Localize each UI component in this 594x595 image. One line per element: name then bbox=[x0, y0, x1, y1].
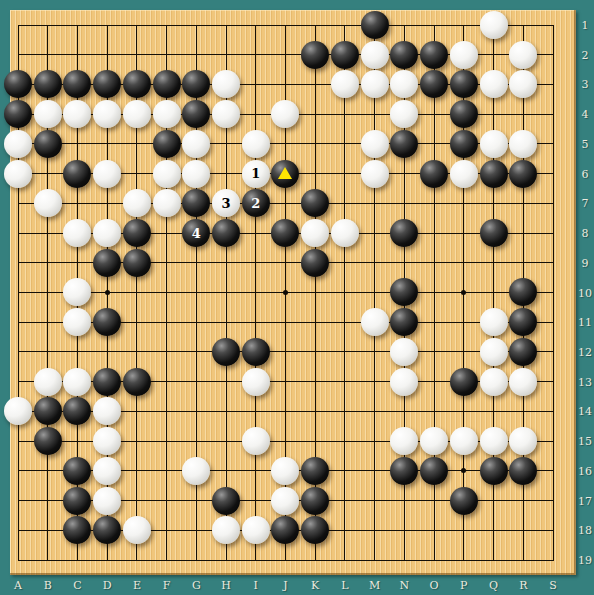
intersection-Q11[interactable] bbox=[479, 307, 509, 337]
white-stone-R5[interactable] bbox=[509, 130, 537, 158]
black-stone-E9[interactable] bbox=[123, 249, 151, 277]
intersection-D12[interactable] bbox=[92, 337, 122, 367]
intersection-B19[interactable] bbox=[33, 545, 63, 575]
intersection-F17[interactable] bbox=[152, 486, 182, 516]
intersection-F16[interactable] bbox=[152, 456, 182, 486]
intersection-J14[interactable] bbox=[271, 397, 301, 427]
intersection-L4[interactable] bbox=[330, 99, 360, 129]
intersection-P6[interactable] bbox=[449, 159, 479, 189]
intersection-S4[interactable] bbox=[538, 99, 568, 129]
intersection-C18[interactable] bbox=[62, 516, 92, 546]
black-stone-B3[interactable] bbox=[34, 70, 62, 98]
intersection-G10[interactable] bbox=[181, 278, 211, 308]
intersection-B10[interactable] bbox=[33, 278, 63, 308]
white-stone-I5[interactable] bbox=[242, 130, 270, 158]
intersection-K15[interactable] bbox=[300, 426, 330, 456]
intersection-Q18[interactable] bbox=[479, 516, 509, 546]
white-stone-G16[interactable] bbox=[182, 457, 210, 485]
intersection-G14[interactable] bbox=[181, 397, 211, 427]
intersection-D19[interactable] bbox=[92, 545, 122, 575]
intersection-Q13[interactable] bbox=[479, 367, 509, 397]
intersection-N17[interactable] bbox=[390, 486, 420, 516]
intersection-Q10[interactable] bbox=[479, 278, 509, 308]
intersection-G13[interactable] bbox=[181, 367, 211, 397]
intersection-P15[interactable] bbox=[449, 426, 479, 456]
intersection-G1[interactable] bbox=[181, 10, 211, 40]
black-stone-D11[interactable] bbox=[93, 308, 121, 336]
black-stone-D13[interactable] bbox=[93, 368, 121, 396]
black-stone-A4[interactable] bbox=[4, 100, 32, 128]
intersection-E1[interactable] bbox=[122, 10, 152, 40]
black-stone-G7[interactable] bbox=[182, 189, 210, 217]
intersection-F19[interactable] bbox=[152, 545, 182, 575]
intersection-I6[interactable]: 1 bbox=[241, 159, 271, 189]
intersection-O3[interactable] bbox=[419, 69, 449, 99]
intersection-N5[interactable] bbox=[390, 129, 420, 159]
intersection-D14[interactable] bbox=[92, 397, 122, 427]
intersection-C12[interactable] bbox=[62, 337, 92, 367]
intersection-N1[interactable] bbox=[390, 10, 420, 40]
white-stone-D17[interactable] bbox=[93, 487, 121, 515]
intersection-A15[interactable] bbox=[3, 426, 33, 456]
intersection-M12[interactable] bbox=[360, 337, 390, 367]
intersection-J11[interactable] bbox=[271, 307, 301, 337]
intersection-P3[interactable] bbox=[449, 69, 479, 99]
intersection-C13[interactable] bbox=[62, 367, 92, 397]
intersection-D16[interactable] bbox=[92, 456, 122, 486]
intersection-I14[interactable] bbox=[241, 397, 271, 427]
black-stone-E13[interactable] bbox=[123, 368, 151, 396]
white-stone-F6[interactable] bbox=[153, 160, 181, 188]
intersection-M16[interactable] bbox=[360, 456, 390, 486]
intersection-K12[interactable] bbox=[300, 337, 330, 367]
intersection-F14[interactable] bbox=[152, 397, 182, 427]
intersection-D1[interactable] bbox=[92, 10, 122, 40]
intersection-P8[interactable] bbox=[449, 218, 479, 248]
intersection-E7[interactable] bbox=[122, 188, 152, 218]
intersection-P12[interactable] bbox=[449, 337, 479, 367]
intersection-Q1[interactable] bbox=[479, 10, 509, 40]
intersection-G11[interactable] bbox=[181, 307, 211, 337]
intersection-K18[interactable] bbox=[300, 516, 330, 546]
intersection-E5[interactable] bbox=[122, 129, 152, 159]
black-stone-M1[interactable] bbox=[361, 11, 389, 39]
intersection-R14[interactable] bbox=[509, 397, 539, 427]
intersection-H4[interactable] bbox=[211, 99, 241, 129]
white-stone-A6[interactable] bbox=[4, 160, 32, 188]
intersection-O2[interactable] bbox=[419, 40, 449, 70]
intersection-B16[interactable] bbox=[33, 456, 63, 486]
white-stone-Q12[interactable] bbox=[480, 338, 508, 366]
intersection-C2[interactable] bbox=[62, 40, 92, 70]
intersection-S18[interactable] bbox=[538, 516, 568, 546]
intersection-S12[interactable] bbox=[538, 337, 568, 367]
intersection-K7[interactable] bbox=[300, 188, 330, 218]
white-stone-M2[interactable] bbox=[361, 41, 389, 69]
intersection-L18[interactable] bbox=[330, 516, 360, 546]
intersection-R6[interactable] bbox=[509, 159, 539, 189]
intersection-B15[interactable] bbox=[33, 426, 63, 456]
intersection-I3[interactable] bbox=[241, 69, 271, 99]
intersection-H14[interactable] bbox=[211, 397, 241, 427]
intersection-K14[interactable] bbox=[300, 397, 330, 427]
intersection-M19[interactable] bbox=[360, 545, 390, 575]
intersection-K2[interactable] bbox=[300, 40, 330, 70]
intersection-A16[interactable] bbox=[3, 456, 33, 486]
black-stone-G8[interactable]: 4 bbox=[182, 219, 210, 247]
black-stone-F3[interactable] bbox=[153, 70, 181, 98]
intersection-J13[interactable] bbox=[271, 367, 301, 397]
intersection-F4[interactable] bbox=[152, 99, 182, 129]
white-stone-E4[interactable] bbox=[123, 100, 151, 128]
intersection-J18[interactable] bbox=[271, 516, 301, 546]
white-stone-A14[interactable] bbox=[4, 397, 32, 425]
intersection-A4[interactable] bbox=[3, 99, 33, 129]
intersection-A11[interactable] bbox=[3, 307, 33, 337]
intersection-H3[interactable] bbox=[211, 69, 241, 99]
intersection-E6[interactable] bbox=[122, 159, 152, 189]
black-stone-C16[interactable] bbox=[63, 457, 91, 485]
intersection-B13[interactable] bbox=[33, 367, 63, 397]
white-stone-R2[interactable] bbox=[509, 41, 537, 69]
white-stone-N15[interactable] bbox=[390, 427, 418, 455]
intersection-C14[interactable] bbox=[62, 397, 92, 427]
intersection-H15[interactable] bbox=[211, 426, 241, 456]
intersection-J5[interactable] bbox=[271, 129, 301, 159]
intersection-O11[interactable] bbox=[419, 307, 449, 337]
black-stone-N5[interactable] bbox=[390, 130, 418, 158]
intersection-J7[interactable] bbox=[271, 188, 301, 218]
intersection-F9[interactable] bbox=[152, 248, 182, 278]
intersection-B2[interactable] bbox=[33, 40, 63, 70]
white-stone-I18[interactable] bbox=[242, 516, 270, 544]
black-stone-P13[interactable] bbox=[450, 368, 478, 396]
intersection-N16[interactable] bbox=[390, 456, 420, 486]
intersection-N4[interactable] bbox=[390, 99, 420, 129]
intersection-Q5[interactable] bbox=[479, 129, 509, 159]
intersection-S7[interactable] bbox=[538, 188, 568, 218]
white-stone-D8[interactable] bbox=[93, 219, 121, 247]
intersection-F2[interactable] bbox=[152, 40, 182, 70]
intersection-E9[interactable] bbox=[122, 248, 152, 278]
intersection-A8[interactable] bbox=[3, 218, 33, 248]
intersection-A18[interactable] bbox=[3, 516, 33, 546]
intersection-M5[interactable] bbox=[360, 129, 390, 159]
intersection-K8[interactable] bbox=[300, 218, 330, 248]
intersection-G5[interactable] bbox=[181, 129, 211, 159]
intersection-G18[interactable] bbox=[181, 516, 211, 546]
intersection-G19[interactable] bbox=[181, 545, 211, 575]
intersection-B17[interactable] bbox=[33, 486, 63, 516]
intersection-R3[interactable] bbox=[509, 69, 539, 99]
intersection-K10[interactable] bbox=[300, 278, 330, 308]
intersection-S17[interactable] bbox=[538, 486, 568, 516]
intersection-K11[interactable] bbox=[300, 307, 330, 337]
intersection-B14[interactable] bbox=[33, 397, 63, 427]
intersection-C15[interactable] bbox=[62, 426, 92, 456]
white-stone-F4[interactable] bbox=[153, 100, 181, 128]
black-stone-H12[interactable] bbox=[212, 338, 240, 366]
intersection-J15[interactable] bbox=[271, 426, 301, 456]
white-stone-M11[interactable] bbox=[361, 308, 389, 336]
intersection-D17[interactable] bbox=[92, 486, 122, 516]
intersection-K17[interactable] bbox=[300, 486, 330, 516]
black-stone-R6[interactable] bbox=[509, 160, 537, 188]
intersection-N18[interactable] bbox=[390, 516, 420, 546]
intersection-D3[interactable] bbox=[92, 69, 122, 99]
white-stone-A5[interactable] bbox=[4, 130, 32, 158]
intersection-O12[interactable] bbox=[419, 337, 449, 367]
white-stone-Q3[interactable] bbox=[480, 70, 508, 98]
intersection-D7[interactable] bbox=[92, 188, 122, 218]
intersection-G12[interactable] bbox=[181, 337, 211, 367]
intersection-A13[interactable] bbox=[3, 367, 33, 397]
black-stone-B14[interactable] bbox=[34, 397, 62, 425]
intersection-R17[interactable] bbox=[509, 486, 539, 516]
intersection-E15[interactable] bbox=[122, 426, 152, 456]
intersection-A5[interactable] bbox=[3, 129, 33, 159]
intersection-R9[interactable] bbox=[509, 248, 539, 278]
intersection-M4[interactable] bbox=[360, 99, 390, 129]
intersection-O4[interactable] bbox=[419, 99, 449, 129]
intersection-S3[interactable] bbox=[538, 69, 568, 99]
intersection-S2[interactable] bbox=[538, 40, 568, 70]
intersection-J2[interactable] bbox=[271, 40, 301, 70]
intersection-C6[interactable] bbox=[62, 159, 92, 189]
black-stone-R10[interactable] bbox=[509, 278, 537, 306]
black-stone-J8[interactable] bbox=[271, 219, 299, 247]
black-stone-D9[interactable] bbox=[93, 249, 121, 277]
white-stone-F7[interactable] bbox=[153, 189, 181, 217]
intersection-S19[interactable] bbox=[538, 545, 568, 575]
intersection-A10[interactable] bbox=[3, 278, 33, 308]
white-stone-P2[interactable] bbox=[450, 41, 478, 69]
intersection-P17[interactable] bbox=[449, 486, 479, 516]
white-stone-N3[interactable] bbox=[390, 70, 418, 98]
intersection-L5[interactable] bbox=[330, 129, 360, 159]
intersection-O16[interactable] bbox=[419, 456, 449, 486]
intersection-Q12[interactable] bbox=[479, 337, 509, 367]
intersection-P11[interactable] bbox=[449, 307, 479, 337]
black-stone-J6[interactable] bbox=[271, 160, 299, 188]
intersection-L6[interactable] bbox=[330, 159, 360, 189]
intersection-F6[interactable] bbox=[152, 159, 182, 189]
intersection-M11[interactable] bbox=[360, 307, 390, 337]
intersection-G9[interactable] bbox=[181, 248, 211, 278]
white-stone-I13[interactable] bbox=[242, 368, 270, 396]
black-stone-H17[interactable] bbox=[212, 487, 240, 515]
intersection-G6[interactable] bbox=[181, 159, 211, 189]
intersection-Q15[interactable] bbox=[479, 426, 509, 456]
intersection-E4[interactable] bbox=[122, 99, 152, 129]
intersection-L10[interactable] bbox=[330, 278, 360, 308]
intersection-E10[interactable] bbox=[122, 278, 152, 308]
intersection-C16[interactable] bbox=[62, 456, 92, 486]
intersection-M9[interactable] bbox=[360, 248, 390, 278]
black-stone-C6[interactable] bbox=[63, 160, 91, 188]
black-stone-O6[interactable] bbox=[420, 160, 448, 188]
black-stone-O2[interactable] bbox=[420, 41, 448, 69]
intersection-M13[interactable] bbox=[360, 367, 390, 397]
white-stone-G5[interactable] bbox=[182, 130, 210, 158]
intersection-B7[interactable] bbox=[33, 188, 63, 218]
intersection-P16[interactable] bbox=[449, 456, 479, 486]
intersection-K13[interactable] bbox=[300, 367, 330, 397]
intersection-L19[interactable] bbox=[330, 545, 360, 575]
intersection-H7[interactable]: 3 bbox=[211, 188, 241, 218]
intersection-B9[interactable] bbox=[33, 248, 63, 278]
intersection-L15[interactable] bbox=[330, 426, 360, 456]
intersection-A1[interactable] bbox=[3, 10, 33, 40]
intersection-L1[interactable] bbox=[330, 10, 360, 40]
intersection-G7[interactable] bbox=[181, 188, 211, 218]
intersection-B4[interactable] bbox=[33, 99, 63, 129]
intersection-I8[interactable] bbox=[241, 218, 271, 248]
intersection-K5[interactable] bbox=[300, 129, 330, 159]
intersection-I4[interactable] bbox=[241, 99, 271, 129]
intersection-S11[interactable] bbox=[538, 307, 568, 337]
intersection-P9[interactable] bbox=[449, 248, 479, 278]
intersection-M10[interactable] bbox=[360, 278, 390, 308]
intersection-E13[interactable] bbox=[122, 367, 152, 397]
white-stone-I15[interactable] bbox=[242, 427, 270, 455]
intersection-B5[interactable] bbox=[33, 129, 63, 159]
intersection-N10[interactable] bbox=[390, 278, 420, 308]
black-stone-P17[interactable] bbox=[450, 487, 478, 515]
intersection-Q14[interactable] bbox=[479, 397, 509, 427]
intersection-E17[interactable] bbox=[122, 486, 152, 516]
intersection-N2[interactable] bbox=[390, 40, 420, 70]
intersection-G8[interactable]: 4 bbox=[181, 218, 211, 248]
white-stone-M5[interactable] bbox=[361, 130, 389, 158]
intersection-N11[interactable] bbox=[390, 307, 420, 337]
black-stone-B5[interactable] bbox=[34, 130, 62, 158]
intersection-K16[interactable] bbox=[300, 456, 330, 486]
intersection-L17[interactable] bbox=[330, 486, 360, 516]
black-stone-J18[interactable] bbox=[271, 516, 299, 544]
intersection-R2[interactable] bbox=[509, 40, 539, 70]
white-stone-G6[interactable] bbox=[182, 160, 210, 188]
intersection-E2[interactable] bbox=[122, 40, 152, 70]
intersection-Q19[interactable] bbox=[479, 545, 509, 575]
intersection-J10[interactable] bbox=[271, 278, 301, 308]
intersection-Q3[interactable] bbox=[479, 69, 509, 99]
intersection-L8[interactable] bbox=[330, 218, 360, 248]
intersection-H17[interactable] bbox=[211, 486, 241, 516]
white-stone-D15[interactable] bbox=[93, 427, 121, 455]
intersection-M18[interactable] bbox=[360, 516, 390, 546]
intersection-L12[interactable] bbox=[330, 337, 360, 367]
intersection-D2[interactable] bbox=[92, 40, 122, 70]
white-stone-O15[interactable] bbox=[420, 427, 448, 455]
intersection-D11[interactable] bbox=[92, 307, 122, 337]
intersection-D9[interactable] bbox=[92, 248, 122, 278]
intersection-S15[interactable] bbox=[538, 426, 568, 456]
intersection-M3[interactable] bbox=[360, 69, 390, 99]
intersection-H9[interactable] bbox=[211, 248, 241, 278]
white-stone-R3[interactable] bbox=[509, 70, 537, 98]
intersection-O17[interactable] bbox=[419, 486, 449, 516]
intersection-B3[interactable] bbox=[33, 69, 63, 99]
intersection-L7[interactable] bbox=[330, 188, 360, 218]
black-stone-G4[interactable] bbox=[182, 100, 210, 128]
intersection-I2[interactable] bbox=[241, 40, 271, 70]
intersection-I17[interactable] bbox=[241, 486, 271, 516]
black-stone-H8[interactable] bbox=[212, 219, 240, 247]
intersection-P2[interactable] bbox=[449, 40, 479, 70]
intersection-P14[interactable] bbox=[449, 397, 479, 427]
intersection-R16[interactable] bbox=[509, 456, 539, 486]
black-stone-P5[interactable] bbox=[450, 130, 478, 158]
black-stone-N16[interactable] bbox=[390, 457, 418, 485]
white-stone-C8[interactable] bbox=[63, 219, 91, 247]
intersection-S5[interactable] bbox=[538, 129, 568, 159]
intersection-A19[interactable] bbox=[3, 545, 33, 575]
white-stone-D14[interactable] bbox=[93, 397, 121, 425]
white-stone-I6[interactable]: 1 bbox=[242, 160, 270, 188]
intersection-J17[interactable] bbox=[271, 486, 301, 516]
white-stone-D16[interactable] bbox=[93, 457, 121, 485]
white-stone-J17[interactable] bbox=[271, 487, 299, 515]
intersection-A6[interactable] bbox=[3, 159, 33, 189]
intersection-L13[interactable] bbox=[330, 367, 360, 397]
black-stone-Q6[interactable] bbox=[480, 160, 508, 188]
intersection-M15[interactable] bbox=[360, 426, 390, 456]
white-stone-P6[interactable] bbox=[450, 160, 478, 188]
intersection-D6[interactable] bbox=[92, 159, 122, 189]
intersection-O5[interactable] bbox=[419, 129, 449, 159]
intersection-R8[interactable] bbox=[509, 218, 539, 248]
intersection-C8[interactable] bbox=[62, 218, 92, 248]
intersection-C5[interactable] bbox=[62, 129, 92, 159]
intersection-F11[interactable] bbox=[152, 307, 182, 337]
white-stone-R13[interactable] bbox=[509, 368, 537, 396]
black-stone-E8[interactable] bbox=[123, 219, 151, 247]
intersection-H19[interactable] bbox=[211, 545, 241, 575]
black-stone-N11[interactable] bbox=[390, 308, 418, 336]
intersection-O10[interactable] bbox=[419, 278, 449, 308]
intersection-E14[interactable] bbox=[122, 397, 152, 427]
intersection-O7[interactable] bbox=[419, 188, 449, 218]
white-stone-B13[interactable] bbox=[34, 368, 62, 396]
intersection-C1[interactable] bbox=[62, 10, 92, 40]
intersection-A14[interactable] bbox=[3, 397, 33, 427]
intersection-O15[interactable] bbox=[419, 426, 449, 456]
intersection-D18[interactable] bbox=[92, 516, 122, 546]
intersection-C9[interactable] bbox=[62, 248, 92, 278]
intersection-I1[interactable] bbox=[241, 10, 271, 40]
intersection-E18[interactable] bbox=[122, 516, 152, 546]
white-stone-J4[interactable] bbox=[271, 100, 299, 128]
intersection-H10[interactable] bbox=[211, 278, 241, 308]
intersection-G2[interactable] bbox=[181, 40, 211, 70]
intersection-C7[interactable] bbox=[62, 188, 92, 218]
intersection-P19[interactable] bbox=[449, 545, 479, 575]
intersection-H18[interactable] bbox=[211, 516, 241, 546]
intersection-R7[interactable] bbox=[509, 188, 539, 218]
black-stone-K7[interactable] bbox=[301, 189, 329, 217]
intersection-C3[interactable] bbox=[62, 69, 92, 99]
intersection-B6[interactable] bbox=[33, 159, 63, 189]
intersection-I11[interactable] bbox=[241, 307, 271, 337]
black-stone-K18[interactable] bbox=[301, 516, 329, 544]
intersection-P7[interactable] bbox=[449, 188, 479, 218]
intersection-F1[interactable] bbox=[152, 10, 182, 40]
intersection-H1[interactable] bbox=[211, 10, 241, 40]
black-stone-Q8[interactable] bbox=[480, 219, 508, 247]
black-stone-I12[interactable] bbox=[242, 338, 270, 366]
intersection-I10[interactable] bbox=[241, 278, 271, 308]
